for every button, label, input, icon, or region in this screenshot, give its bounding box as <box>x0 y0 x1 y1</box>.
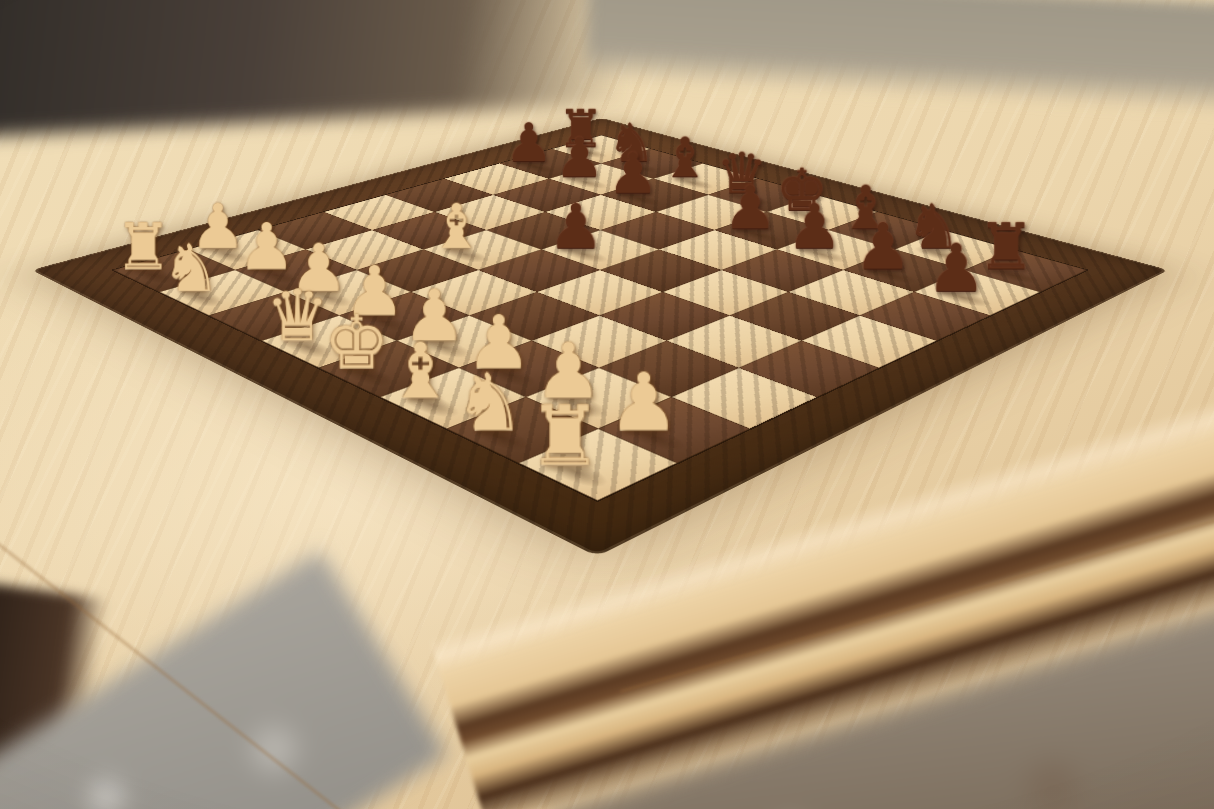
black-pawn-h7[interactable]: ♟ <box>911 235 1001 301</box>
board-scene: ♜♞♝♛♚♝♞♜♟♟♟♟♟♟♟♟♝♟♟♟♟♟♟♟♟♜♞♛♚♝♞♜ <box>0 0 1214 809</box>
white-rook-h1[interactable]: ♜ <box>508 395 622 478</box>
white-bishop-c4[interactable]: ♝ <box>414 196 498 258</box>
black-pawn-d5[interactable]: ♟ <box>534 196 618 258</box>
chess-board: ♜♞♝♛♚♝♞♜♟♟♟♟♟♟♟♟♝♟♟♟♟♟♟♟♟♜♞♛♚♝♞♜ <box>31 118 1168 557</box>
black-pawn-c7[interactable]: ♟ <box>595 145 672 201</box>
photo-stage: ♜♞♝♛♚♝♞♜♟♟♟♟♟♟♟♟♝♟♟♟♟♟♟♟♟♜♞♛♚♝♞♜ <box>0 0 1214 809</box>
white-knight-b1[interactable]: ♞ <box>146 235 236 301</box>
